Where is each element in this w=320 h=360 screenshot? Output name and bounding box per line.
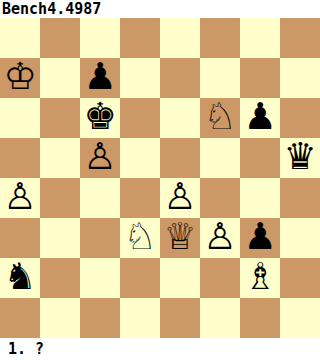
square-f7[interactable] bbox=[200, 58, 240, 98]
square-a7[interactable]: ♔ bbox=[0, 58, 40, 98]
white-bishop-piece: ♗ bbox=[243, 257, 276, 297]
square-d8[interactable] bbox=[120, 18, 160, 58]
square-d3[interactable]: ♘ bbox=[120, 218, 160, 258]
square-g8[interactable] bbox=[240, 18, 280, 58]
square-f1[interactable] bbox=[200, 298, 240, 338]
square-c3[interactable] bbox=[80, 218, 120, 258]
square-h1[interactable] bbox=[280, 298, 320, 338]
square-a5[interactable] bbox=[0, 138, 40, 178]
black-king-piece: ♚ bbox=[83, 97, 116, 137]
black-pawn-piece: ♟ bbox=[243, 97, 276, 137]
square-g2[interactable]: ♗ bbox=[240, 258, 280, 298]
square-b4[interactable] bbox=[40, 178, 80, 218]
square-d5[interactable] bbox=[120, 138, 160, 178]
white-knight-piece: ♘ bbox=[203, 97, 236, 137]
square-e2[interactable] bbox=[160, 258, 200, 298]
square-b3[interactable] bbox=[40, 218, 80, 258]
white-pawn-piece: ♙ bbox=[163, 177, 196, 217]
page-title: Bench4.4987 bbox=[0, 0, 320, 18]
white-pawn-piece: ♙ bbox=[83, 137, 116, 177]
white-queen-piece: ♕ bbox=[163, 217, 196, 257]
square-a6[interactable] bbox=[0, 98, 40, 138]
square-g3[interactable]: ♟ bbox=[240, 218, 280, 258]
square-h6[interactable] bbox=[280, 98, 320, 138]
square-e1[interactable] bbox=[160, 298, 200, 338]
white-pawn-piece: ♙ bbox=[203, 217, 236, 257]
square-g5[interactable] bbox=[240, 138, 280, 178]
square-g4[interactable] bbox=[240, 178, 280, 218]
white-pawn-piece: ♙ bbox=[3, 177, 36, 217]
square-b5[interactable] bbox=[40, 138, 80, 178]
square-e5[interactable] bbox=[160, 138, 200, 178]
square-c1[interactable] bbox=[80, 298, 120, 338]
black-pawn-piece: ♟ bbox=[243, 217, 276, 257]
white-knight-piece: ♘ bbox=[123, 217, 156, 257]
move-prompt: 1. ? bbox=[0, 338, 320, 360]
square-a1[interactable] bbox=[0, 298, 40, 338]
chess-diagram-window: Bench4.4987 ♔♟♚♘♟♙♛♙♙♘♕♙♟♞♗ 1. ? bbox=[0, 0, 320, 360]
square-d2[interactable] bbox=[120, 258, 160, 298]
square-h3[interactable] bbox=[280, 218, 320, 258]
square-e7[interactable] bbox=[160, 58, 200, 98]
square-d4[interactable] bbox=[120, 178, 160, 218]
square-a4[interactable]: ♙ bbox=[0, 178, 40, 218]
square-d1[interactable] bbox=[120, 298, 160, 338]
square-c5[interactable]: ♙ bbox=[80, 138, 120, 178]
square-e3[interactable]: ♕ bbox=[160, 218, 200, 258]
square-c8[interactable] bbox=[80, 18, 120, 58]
square-e6[interactable] bbox=[160, 98, 200, 138]
square-b8[interactable] bbox=[40, 18, 80, 58]
square-b6[interactable] bbox=[40, 98, 80, 138]
square-b2[interactable] bbox=[40, 258, 80, 298]
square-d7[interactable] bbox=[120, 58, 160, 98]
square-f6[interactable]: ♘ bbox=[200, 98, 240, 138]
square-a8[interactable] bbox=[0, 18, 40, 58]
white-king-piece: ♔ bbox=[3, 57, 36, 97]
square-g7[interactable] bbox=[240, 58, 280, 98]
square-g1[interactable] bbox=[240, 298, 280, 338]
square-a2[interactable]: ♞ bbox=[0, 258, 40, 298]
square-f8[interactable] bbox=[200, 18, 240, 58]
square-f4[interactable] bbox=[200, 178, 240, 218]
chess-board: ♔♟♚♘♟♙♛♙♙♘♕♙♟♞♗ bbox=[0, 18, 320, 338]
square-h4[interactable] bbox=[280, 178, 320, 218]
square-b1[interactable] bbox=[40, 298, 80, 338]
square-c2[interactable] bbox=[80, 258, 120, 298]
square-c7[interactable]: ♟ bbox=[80, 58, 120, 98]
square-d6[interactable] bbox=[120, 98, 160, 138]
square-h2[interactable] bbox=[280, 258, 320, 298]
black-queen-piece: ♛ bbox=[283, 137, 316, 177]
square-f2[interactable] bbox=[200, 258, 240, 298]
square-h8[interactable] bbox=[280, 18, 320, 58]
square-e8[interactable] bbox=[160, 18, 200, 58]
square-b7[interactable] bbox=[40, 58, 80, 98]
black-pawn-piece: ♟ bbox=[83, 57, 116, 97]
square-h7[interactable] bbox=[280, 58, 320, 98]
square-e4[interactable]: ♙ bbox=[160, 178, 200, 218]
square-c4[interactable] bbox=[80, 178, 120, 218]
square-c6[interactable]: ♚ bbox=[80, 98, 120, 138]
black-knight-piece: ♞ bbox=[3, 257, 36, 297]
square-f3[interactable]: ♙ bbox=[200, 218, 240, 258]
square-h5[interactable]: ♛ bbox=[280, 138, 320, 178]
square-g6[interactable]: ♟ bbox=[240, 98, 280, 138]
square-f5[interactable] bbox=[200, 138, 240, 178]
square-a3[interactable] bbox=[0, 218, 40, 258]
